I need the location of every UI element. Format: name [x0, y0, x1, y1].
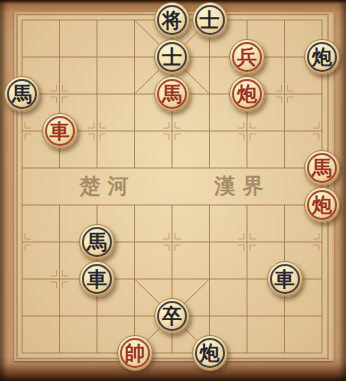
piece-red-chariot[interactable]: 車 — [42, 113, 78, 149]
piece-glyph: 炮 — [312, 47, 332, 67]
piece-black-horse-2[interactable]: 馬 — [79, 224, 115, 260]
piece-glyph: 車 — [275, 269, 295, 289]
piece-red-horse-1[interactable]: 馬 — [154, 76, 190, 112]
piece-red-soldier[interactable]: 兵 — [229, 39, 265, 75]
piece-black-cannon-3[interactable]: 炮 — [192, 335, 228, 371]
piece-black-chariot-1[interactable]: 車 — [79, 261, 115, 297]
piece-red-horse-2[interactable]: 馬 — [304, 150, 340, 186]
piece-red-general[interactable]: 帥 — [117, 335, 153, 371]
piece-glyph: 将 — [162, 10, 182, 30]
piece-glyph: 馬 — [312, 158, 332, 178]
piece-glyph: 士 — [162, 47, 182, 67]
piece-glyph: 炮 — [200, 343, 220, 363]
piece-red-cannon-1[interactable]: 炮 — [229, 76, 265, 112]
piece-black-general[interactable]: 将 — [154, 2, 190, 38]
piece-black-soldier[interactable]: 卒 — [154, 298, 190, 334]
piece-glyph: 車 — [87, 269, 107, 289]
piece-glyph: 炮 — [312, 195, 332, 215]
piece-glyph: 炮 — [237, 84, 257, 104]
xiangqi-board: 楚河 漢界 将士士兵炮馬馬炮車馬炮馬車車卒帥炮 — [0, 0, 346, 381]
piece-glyph: 馬 — [12, 84, 32, 104]
piece-black-chariot-2[interactable]: 車 — [267, 261, 303, 297]
piece-red-cannon-2[interactable]: 炮 — [304, 187, 340, 223]
piece-glyph: 車 — [50, 121, 70, 141]
piece-glyph: 帥 — [125, 343, 145, 363]
piece-glyph: 馬 — [87, 232, 107, 252]
piece-glyph: 士 — [200, 10, 220, 30]
piece-glyph: 兵 — [237, 47, 257, 67]
piece-glyph: 馬 — [162, 84, 182, 104]
piece-black-advisor-1[interactable]: 士 — [192, 2, 228, 38]
piece-black-cannon-1[interactable]: 炮 — [304, 39, 340, 75]
piece-black-horse-1[interactable]: 馬 — [4, 76, 40, 112]
piece-glyph: 卒 — [162, 306, 182, 326]
piece-black-advisor-2[interactable]: 士 — [154, 39, 190, 75]
piece-layer: 将士士兵炮馬馬炮車馬炮馬車車卒帥炮 — [0, 0, 346, 381]
